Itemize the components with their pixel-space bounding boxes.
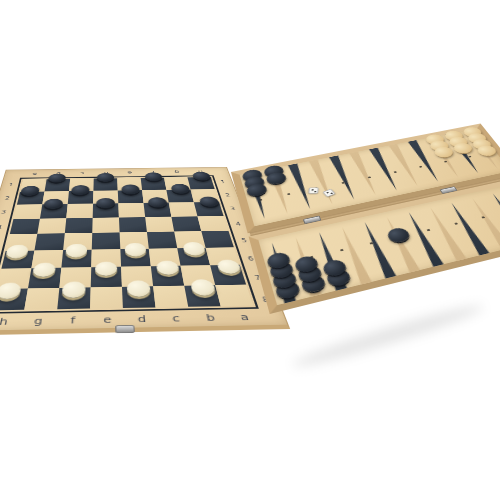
checker-piece-dark[interactable] — [96, 173, 114, 182]
checkers-square[interactable] — [24, 288, 59, 310]
checkers-square[interactable] — [93, 203, 119, 217]
checkers-square[interactable] — [122, 286, 156, 308]
backgammon-point-dark[interactable] — [483, 191, 500, 246]
checker-piece-light[interactable] — [5, 245, 30, 259]
board-frame — [0, 175, 259, 314]
file-label: f — [55, 314, 90, 328]
checker-piece-light[interactable] — [124, 243, 147, 256]
peg-hole — [340, 249, 343, 251]
checkers-square[interactable] — [92, 217, 119, 233]
checkers-square[interactable] — [90, 286, 123, 308]
checkers-square[interactable] — [177, 248, 210, 266]
checkers-square[interactable] — [40, 204, 68, 218]
checker-piece-dark[interactable] — [198, 196, 220, 206]
checkers-square[interactable] — [145, 217, 174, 233]
file-label: g — [20, 314, 56, 328]
peg-hole — [427, 229, 430, 231]
peg-hole — [468, 156, 471, 158]
file-label: d — [124, 312, 159, 326]
checkers-square[interactable] — [28, 268, 61, 288]
checker-piece-light[interactable] — [32, 262, 57, 277]
checkers-square[interactable] — [210, 265, 246, 285]
peg-hole — [481, 216, 484, 218]
backgammon-point-light[interactable] — [376, 215, 427, 275]
checker-piece-light[interactable] — [189, 279, 216, 295]
checkers-square[interactable] — [65, 218, 93, 234]
checkers-square[interactable] — [45, 179, 71, 191]
checker-piece-dark[interactable] — [191, 172, 211, 181]
checkers-square[interactable] — [151, 266, 184, 286]
checkers-square[interactable] — [93, 178, 117, 190]
peg-hole — [341, 182, 344, 184]
checker-piece-dark[interactable] — [121, 184, 140, 194]
backgammon-checker-wood[interactable] — [451, 142, 475, 155]
checkers-square[interactable] — [197, 216, 228, 231]
checkers-square[interactable] — [144, 203, 172, 217]
checker-piece-dark[interactable] — [147, 197, 168, 207]
checker-piece-dark[interactable] — [71, 185, 90, 195]
checkers-square[interactable] — [120, 248, 151, 266]
file-label: c — [158, 312, 194, 326]
checkers-square[interactable] — [166, 189, 194, 202]
file-label: a — [22, 171, 47, 177]
checkers-square[interactable] — [194, 202, 224, 216]
checker-piece-dark[interactable] — [43, 198, 64, 209]
product-photo: hgfedcba hgfedcba 12345678 12345678 — [0, 0, 500, 500]
checkers-square[interactable] — [215, 284, 253, 306]
peg-hole — [454, 223, 457, 225]
backgammon-point-light[interactable] — [303, 158, 343, 206]
checker-piece-light[interactable] — [65, 244, 88, 258]
checker-piece-dark[interactable] — [47, 173, 66, 182]
checkers-square[interactable] — [34, 233, 64, 250]
checker-piece-light[interactable] — [95, 261, 118, 276]
backgammon-point-light[interactable] — [420, 205, 473, 263]
backgammon-checker-wood[interactable] — [431, 146, 455, 159]
checkers-square[interactable] — [1, 250, 34, 269]
checker-piece-light[interactable] — [126, 280, 151, 296]
checker-piece-light[interactable] — [155, 260, 180, 275]
checker-piece-dark[interactable] — [144, 172, 163, 181]
checkers-square[interactable] — [141, 178, 167, 190]
backgammon-point-dark[interactable] — [441, 200, 496, 257]
file-label: a — [226, 310, 264, 323]
checkers-square[interactable] — [37, 218, 66, 234]
checkers-square[interactable] — [17, 191, 45, 204]
file-label: c — [70, 170, 94, 176]
checkers-square[interactable] — [13, 204, 42, 218]
file-label: e — [118, 169, 142, 175]
checkers-grid — [0, 177, 253, 310]
peg-hole — [369, 242, 372, 244]
checkers-square[interactable] — [57, 287, 90, 309]
checkers-square[interactable] — [61, 249, 91, 267]
peg-hole — [419, 166, 422, 168]
checkers-square[interactable] — [201, 231, 234, 248]
die[interactable] — [322, 189, 335, 197]
peg-hole — [394, 171, 397, 173]
backgammon-checker-wood[interactable] — [474, 144, 498, 157]
peg-hole — [287, 193, 290, 195]
checkers-square[interactable] — [169, 202, 198, 216]
file-label: h — [0, 315, 22, 329]
checker-piece-dark[interactable] — [20, 186, 41, 196]
checkers-square[interactable] — [10, 218, 40, 234]
file-label: b — [192, 311, 229, 325]
rank-label: 2 — [219, 188, 237, 202]
checker-piece-light[interactable] — [0, 283, 22, 299]
checkers-square[interactable] — [91, 267, 122, 287]
checkers-square[interactable] — [147, 232, 177, 249]
metal-clasp — [115, 325, 135, 333]
checkers-square[interactable] — [171, 216, 201, 231]
checkers-square[interactable] — [153, 285, 188, 307]
checkers-square[interactable] — [187, 177, 214, 189]
checkers-square[interactable] — [118, 203, 145, 217]
checkers-square[interactable] — [119, 217, 147, 233]
file-label: g — [165, 169, 190, 175]
checkers-square[interactable] — [68, 191, 94, 204]
die[interactable] — [308, 187, 318, 193]
checkers-square[interactable] — [118, 190, 144, 203]
backgammon-checker-black[interactable] — [385, 226, 412, 244]
checkers-square[interactable] — [66, 204, 93, 218]
checker-piece-light[interactable] — [61, 282, 86, 298]
checker-piece-dark[interactable] — [96, 198, 116, 209]
checker-piece-dark[interactable] — [170, 184, 191, 194]
checkers-square[interactable] — [92, 232, 121, 249]
checkers-square[interactable] — [184, 285, 221, 307]
backgammon-board-product — [231, 123, 500, 335]
